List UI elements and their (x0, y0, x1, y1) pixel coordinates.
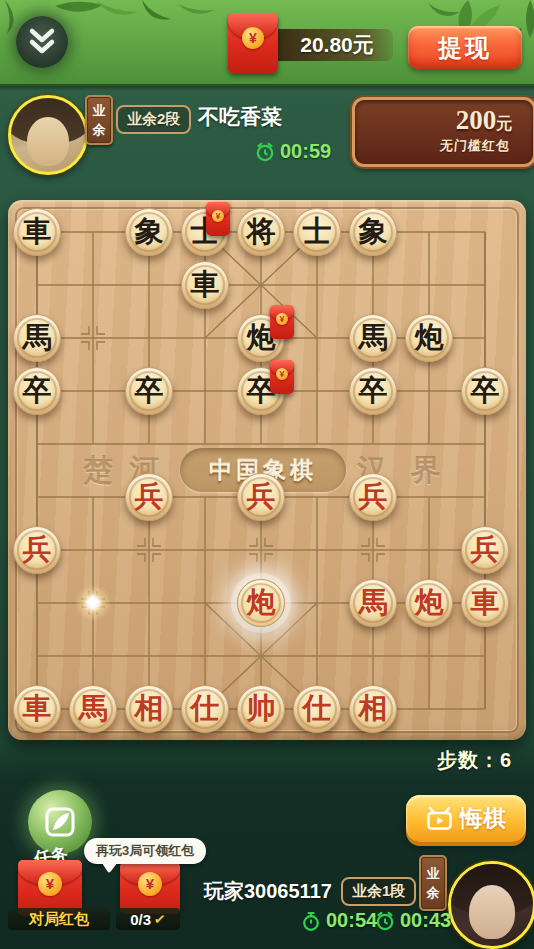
task-feather-icon (43, 805, 77, 839)
envelope-progress: 0/3 ✓ (116, 908, 180, 930)
xiangqi-piece-black[interactable]: 士 (293, 208, 341, 256)
opponent-rank-plaque: 业 余 (85, 95, 113, 145)
double-chevron-down-icon (25, 26, 59, 58)
player-avatar[interactable] (448, 861, 534, 949)
match-envelope-label: 对局红包 (8, 908, 110, 930)
xiangqi-piece-black[interactable]: 卒 (13, 367, 61, 415)
plaque-char: 余 (93, 121, 106, 139)
board-red-envelope[interactable]: ¥ (270, 360, 294, 394)
coin-icon: ¥ (138, 872, 162, 896)
xiangqi-piece-red[interactable]: 兵 (125, 473, 173, 521)
xiangqi-piece-red[interactable]: 相 (125, 685, 173, 733)
balance-red-envelope-icon[interactable]: ¥ (228, 13, 278, 73)
coin-icon: ¥ (242, 27, 264, 49)
move-counter: 步数：6 (437, 747, 512, 774)
xiangqi-piece-black[interactable]: 炮 (405, 314, 453, 362)
alarm-clock-icon (374, 910, 396, 932)
player-total-clock: 00:43 (374, 909, 451, 932)
plaque-char: 业 (93, 102, 106, 120)
app-screen: 20.80元 ¥ 提现 业 余 业余2段 不吃香菜 00:59 00:14 (0, 0, 534, 949)
xiangqi-piece-red[interactable]: 相 (349, 685, 397, 733)
xiangqi-piece-red[interactable]: 仕 (181, 685, 229, 733)
collapse-button[interactable] (16, 16, 68, 68)
opponent-total-clock: 00:59 (254, 140, 331, 163)
xiangqi-piece-black[interactable]: 象 (349, 208, 397, 256)
banner-amount: 200元 (441, 105, 527, 136)
plaque-char: 业 (427, 865, 440, 883)
clock-value: 00:54 (326, 909, 377, 932)
coin-icon: ¥ (38, 872, 62, 896)
replay-tv-icon (426, 806, 453, 832)
xiangqi-piece-red[interactable]: 兵 (237, 473, 285, 521)
opponent-avatar[interactable] (8, 95, 88, 175)
xiangqi-piece-black[interactable]: 車 (13, 208, 61, 256)
clock-value: 00:43 (400, 909, 451, 932)
withdraw-button[interactable]: 提现 (408, 26, 522, 69)
xiangqi-piece-red[interactable]: 炮 (405, 579, 453, 627)
balance-amount: 20.80元 (300, 31, 374, 59)
avatar-face (27, 117, 68, 166)
xiangqi-piece-black[interactable]: 馬 (349, 314, 397, 362)
banner-desc: 无门槛红包 (420, 137, 530, 155)
alarm-clock-icon (254, 141, 276, 163)
player-name: 玩家30065117 (204, 878, 332, 905)
undo-move-button[interactable]: 悔棋 (406, 795, 526, 842)
xiangqi-piece-black[interactable]: 象 (125, 208, 173, 256)
xiangqi-piece-red[interactable]: 兵 (349, 473, 397, 521)
xiangqi-piece-red[interactable]: 兵 (13, 526, 61, 574)
board-red-envelope[interactable]: ¥ (270, 305, 294, 339)
xiangqi-piece-red[interactable]: 車 (461, 579, 509, 627)
xiangqi-piece-black[interactable]: 卒 (349, 367, 397, 415)
opponent-name: 不吃香菜 (198, 103, 282, 131)
avatar-face (469, 885, 515, 939)
top-bar: 20.80元 ¥ 提现 (0, 0, 534, 86)
xiangqi-piece-red[interactable]: 車 (13, 685, 61, 733)
xiangqi-piece-red[interactable]: 帅 (237, 685, 285, 733)
progress-red-envelope[interactable]: ¥ (120, 862, 180, 914)
reward-tooltip: 再玩3局可领红包 (84, 838, 206, 864)
red-packet-banner[interactable]: ¥ 200元 无门槛红包 (352, 97, 534, 167)
xiangqi-piece-black[interactable]: 馬 (13, 314, 61, 362)
xiangqi-piece-red[interactable]: 馬 (69, 685, 117, 733)
coin-icon: ¥ (276, 313, 288, 325)
xiangqi-piece-red[interactable]: 馬 (349, 579, 397, 627)
undo-label: 悔棋 (460, 803, 506, 834)
move-origin-marker (73, 583, 113, 623)
coin-icon: ¥ (212, 210, 224, 222)
coin-icon: ¥ (276, 368, 288, 380)
player-rank-plaque: 业 余 (419, 855, 447, 911)
check-icon: ✓ (153, 910, 167, 927)
xiangqi-piece-black[interactable]: 将 (237, 208, 285, 256)
pieces-layer: 車象士将士象車馬炮馬炮卒卒卒卒卒兵兵兵兵兵炮馬炮車車馬相仕帅仕相¥¥¥ (8, 200, 526, 740)
xiangqi-board[interactable]: 楚 河 汉 界 中国象棋 車象士将士象車馬炮馬炮卒卒卒卒卒兵兵兵兵兵炮馬炮車車馬… (8, 200, 526, 740)
xiangqi-piece-black[interactable]: 車 (181, 261, 229, 309)
player-rank-badge: 业余1段 (341, 877, 416, 906)
progress-value: 0/3 (130, 911, 151, 928)
xiangqi-piece-red[interactable]: 炮 (237, 579, 285, 627)
xiangqi-piece-black[interactable]: 卒 (461, 367, 509, 415)
xiangqi-piece-red[interactable]: 仕 (293, 685, 341, 733)
board-red-envelope[interactable]: ¥ (206, 202, 230, 236)
player-turn-clock: 00:54 (300, 909, 377, 932)
xiangqi-piece-black[interactable]: 卒 (125, 367, 173, 415)
clock-value: 00:59 (280, 140, 331, 163)
stopwatch-icon (300, 910, 322, 932)
xiangqi-piece-red[interactable]: 兵 (461, 526, 509, 574)
plaque-char: 余 (427, 884, 440, 902)
opponent-rank-badge: 业余2段 (116, 105, 191, 134)
